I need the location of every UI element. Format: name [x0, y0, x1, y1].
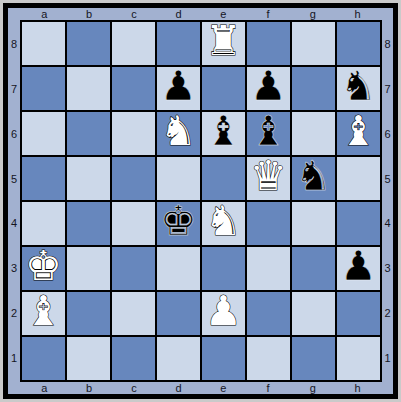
rank-label-4: 4: [8, 201, 20, 246]
square-f6[interactable]: ♝: [247, 112, 290, 155]
rank-label-2: 2: [8, 291, 20, 336]
square-h7[interactable]: ♞: [337, 67, 380, 110]
square-e8[interactable]: ♜: [202, 22, 245, 65]
square-f7[interactable]: ♟: [247, 67, 290, 110]
square-b2[interactable]: [67, 292, 110, 335]
square-b4[interactable]: [67, 202, 110, 245]
square-g6[interactable]: [292, 112, 335, 155]
board-bezel: abcdefgh abcdefgh 87654321 87654321 ♜♟♟♞…: [3, 3, 398, 399]
square-b5[interactable]: [67, 157, 110, 200]
square-a1[interactable]: [22, 337, 65, 380]
square-c6[interactable]: [112, 112, 155, 155]
white-knight-e4[interactable]: ♞: [205, 202, 242, 243]
chess-board: ♜♟♟♞♞♝♝♝♛♞♚♞♚♟♝♟: [20, 20, 382, 382]
square-h5[interactable]: [337, 157, 380, 200]
square-f3[interactable]: [247, 247, 290, 290]
white-king-a3[interactable]: ♚: [25, 247, 62, 288]
square-e4[interactable]: ♞: [202, 202, 245, 245]
square-d3[interactable]: [157, 247, 200, 290]
file-label-e: e: [201, 8, 246, 20]
square-a4[interactable]: [22, 202, 65, 245]
file-label-a: a: [22, 382, 67, 394]
square-g8[interactable]: [292, 22, 335, 65]
rank-label-2: 2: [382, 291, 393, 336]
square-g2[interactable]: [292, 292, 335, 335]
black-pawn-f7[interactable]: ♟: [250, 67, 287, 108]
square-h1[interactable]: [337, 337, 380, 380]
square-e3[interactable]: [202, 247, 245, 290]
square-a7[interactable]: [22, 67, 65, 110]
file-label-h: h: [335, 382, 380, 394]
white-pawn-e2[interactable]: ♟: [205, 292, 242, 333]
black-pawn-d7[interactable]: ♟: [160, 67, 197, 108]
rank-label-5: 5: [8, 156, 20, 201]
rank-label-8: 8: [8, 22, 20, 67]
square-e6[interactable]: ♝: [202, 112, 245, 155]
square-c1[interactable]: [112, 337, 155, 380]
rank-labels-right: 87654321: [382, 22, 393, 380]
square-g3[interactable]: [292, 247, 335, 290]
square-h6[interactable]: ♝: [337, 112, 380, 155]
square-b7[interactable]: [67, 67, 110, 110]
square-c8[interactable]: [112, 22, 155, 65]
file-label-c: c: [112, 382, 157, 394]
square-h2[interactable]: [337, 292, 380, 335]
square-f4[interactable]: [247, 202, 290, 245]
square-d1[interactable]: [157, 337, 200, 380]
white-bishop-h6[interactable]: ♝: [340, 112, 377, 153]
square-g4[interactable]: [292, 202, 335, 245]
square-d4[interactable]: ♚: [157, 202, 200, 245]
rank-label-1: 1: [382, 335, 393, 380]
square-d6[interactable]: ♞: [157, 112, 200, 155]
file-label-f: f: [246, 382, 291, 394]
black-pawn-h3[interactable]: ♟: [340, 247, 377, 288]
square-f1[interactable]: [247, 337, 290, 380]
square-a8[interactable]: [22, 22, 65, 65]
file-labels-top: abcdefgh: [22, 8, 380, 20]
square-b6[interactable]: [67, 112, 110, 155]
square-e2[interactable]: ♟: [202, 292, 245, 335]
square-b3[interactable]: [67, 247, 110, 290]
square-f8[interactable]: [247, 22, 290, 65]
square-h8[interactable]: [337, 22, 380, 65]
rank-label-4: 4: [382, 201, 393, 246]
file-label-c: c: [112, 8, 157, 20]
square-d5[interactable]: [157, 157, 200, 200]
rank-label-3: 3: [8, 246, 20, 291]
black-king-d4[interactable]: ♚: [160, 202, 197, 243]
rank-label-7: 7: [8, 67, 20, 112]
file-label-b: b: [67, 382, 112, 394]
square-e1[interactable]: [202, 337, 245, 380]
rank-label-6: 6: [8, 112, 20, 157]
rank-label-8: 8: [382, 22, 393, 67]
white-knight-d6[interactable]: ♞: [160, 112, 197, 153]
square-f5[interactable]: ♛: [247, 157, 290, 200]
rank-label-7: 7: [382, 67, 393, 112]
square-c3[interactable]: [112, 247, 155, 290]
white-rook-e8[interactable]: ♜: [205, 22, 242, 63]
file-label-g: g: [291, 382, 336, 394]
square-a3[interactable]: ♚: [22, 247, 65, 290]
file-label-d: d: [156, 382, 201, 394]
square-g1[interactable]: [292, 337, 335, 380]
file-label-d: d: [156, 8, 201, 20]
square-h3[interactable]: ♟: [337, 247, 380, 290]
file-label-a: a: [22, 8, 67, 20]
square-d8[interactable]: [157, 22, 200, 65]
file-label-g: g: [291, 8, 336, 20]
square-c7[interactable]: [112, 67, 155, 110]
square-e5[interactable]: [202, 157, 245, 200]
file-label-h: h: [335, 8, 380, 20]
square-a5[interactable]: [22, 157, 65, 200]
black-knight-g5[interactable]: ♞: [295, 157, 332, 198]
square-a2[interactable]: ♝: [22, 292, 65, 335]
square-g7[interactable]: [292, 67, 335, 110]
square-b1[interactable]: [67, 337, 110, 380]
square-d7[interactable]: ♟: [157, 67, 200, 110]
square-h4[interactable]: [337, 202, 380, 245]
rank-labels-left: 87654321: [8, 22, 20, 380]
file-label-f: f: [246, 8, 291, 20]
rank-label-6: 6: [382, 112, 393, 157]
square-f2[interactable]: [247, 292, 290, 335]
square-d2[interactable]: [157, 292, 200, 335]
square-c4[interactable]: [112, 202, 155, 245]
square-g5[interactable]: ♞: [292, 157, 335, 200]
square-e7[interactable]: [202, 67, 245, 110]
rank-label-5: 5: [382, 156, 393, 201]
white-bishop-a2[interactable]: ♝: [25, 292, 62, 333]
rank-label-3: 3: [382, 246, 393, 291]
file-label-e: e: [201, 382, 246, 394]
chessboard-app: abcdefgh abcdefgh 87654321 87654321 ♜♟♟♞…: [0, 0, 401, 402]
rank-label-1: 1: [8, 335, 20, 380]
black-bishop-f6[interactable]: ♝: [250, 112, 287, 153]
white-queen-f5[interactable]: ♛: [250, 157, 287, 198]
square-a6[interactable]: [22, 112, 65, 155]
square-c2[interactable]: [112, 292, 155, 335]
square-b8[interactable]: [67, 22, 110, 65]
square-c5[interactable]: [112, 157, 155, 200]
file-labels-bottom: abcdefgh: [22, 382, 380, 394]
black-knight-h7[interactable]: ♞: [340, 67, 377, 108]
black-bishop-e6[interactable]: ♝: [205, 112, 242, 153]
file-label-b: b: [67, 8, 112, 20]
